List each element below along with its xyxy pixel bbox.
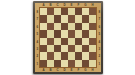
square-g8[interactable] [82,8,89,15]
square-e1[interactable] [68,60,75,67]
square-d6[interactable] [61,23,68,30]
square-c3[interactable] [54,45,61,52]
square-h2[interactable] [89,52,96,59]
square-b1[interactable] [47,60,54,67]
square-a5[interactable] [40,30,47,37]
square-b6[interactable] [47,23,54,30]
square-f8[interactable] [75,8,82,15]
square-e4[interactable] [68,38,75,45]
chessboard: ABCDEFGH ABCDEFGH 87654321 87654321 [33,1,103,74]
square-d3[interactable] [61,45,68,52]
square-g5[interactable] [82,30,89,37]
square-d1[interactable] [61,60,68,67]
square-a4[interactable] [40,38,47,45]
square-f6[interactable] [75,23,82,30]
square-f1[interactable] [75,60,82,67]
square-b8[interactable] [47,8,54,15]
square-d8[interactable] [61,8,68,15]
square-e3[interactable] [68,45,75,52]
square-b5[interactable] [47,30,54,37]
square-b2[interactable] [47,52,54,59]
square-f5[interactable] [75,30,82,37]
square-g2[interactable] [82,52,89,59]
square-h4[interactable] [89,38,96,45]
square-h6[interactable] [89,23,96,30]
square-c7[interactable] [54,15,61,22]
square-c1[interactable] [54,60,61,67]
square-e8[interactable] [68,8,75,15]
square-d5[interactable] [61,30,68,37]
square-c5[interactable] [54,30,61,37]
square-a2[interactable] [40,52,47,59]
board-squares [39,7,97,68]
square-h8[interactable] [89,8,96,15]
square-g1[interactable] [82,60,89,67]
square-g3[interactable] [82,45,89,52]
square-c4[interactable] [54,38,61,45]
square-e2[interactable] [68,52,75,59]
square-h3[interactable] [89,45,96,52]
square-d7[interactable] [61,15,68,22]
square-a8[interactable] [40,8,47,15]
square-b7[interactable] [47,15,54,22]
square-c2[interactable] [54,52,61,59]
square-d2[interactable] [61,52,68,59]
square-b3[interactable] [47,45,54,52]
square-h7[interactable] [89,15,96,22]
square-g6[interactable] [82,23,89,30]
square-a3[interactable] [40,45,47,52]
square-f7[interactable] [75,15,82,22]
square-f2[interactable] [75,52,82,59]
square-d4[interactable] [61,38,68,45]
square-c8[interactable] [54,8,61,15]
square-f3[interactable] [75,45,82,52]
square-f4[interactable] [75,38,82,45]
square-h5[interactable] [89,30,96,37]
square-c6[interactable] [54,23,61,30]
square-b4[interactable] [47,38,54,45]
square-a7[interactable] [40,15,47,22]
square-g7[interactable] [82,15,89,22]
square-e5[interactable] [68,30,75,37]
square-h1[interactable] [89,60,96,67]
square-a1[interactable] [40,60,47,67]
square-e7[interactable] [68,15,75,22]
square-e6[interactable] [68,23,75,30]
square-g4[interactable] [82,38,89,45]
square-a6[interactable] [40,23,47,30]
